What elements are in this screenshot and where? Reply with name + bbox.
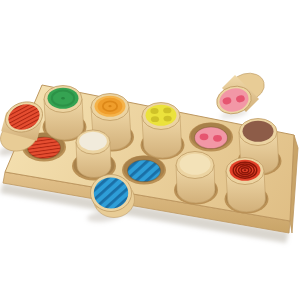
- piece-pink-two-dots-loose[interactable]: [214, 69, 268, 117]
- piece-yellow-four-dots[interactable]: [142, 103, 182, 158]
- piece-white-plain[interactable]: [76, 130, 111, 178]
- recess-pink-two-dots[interactable]: [189, 122, 233, 151]
- piece-green-plain[interactable]: [44, 86, 84, 140]
- scene-svg: [0, 0, 300, 300]
- recess-blue-stripes[interactable]: [122, 155, 166, 184]
- memory-board-product-photo: [0, 0, 300, 300]
- piece-red-spiral[interactable]: [226, 158, 266, 212]
- piece-natural-wood[interactable]: [176, 152, 215, 203]
